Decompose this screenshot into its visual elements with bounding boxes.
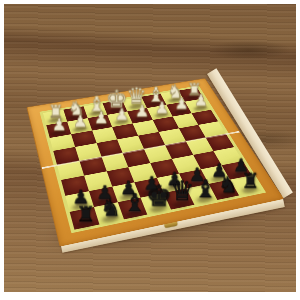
white-pawn-glyph: ♟ <box>194 93 208 109</box>
pieces-layer: ♜♞♝♚♛♝♞♜♟♟♟♟♟♟♟♟♟♟♟♟♟♟♟♟♜♞♝♚♛♝♞♜ <box>27 78 285 247</box>
black-bishop-glyph: ♝ <box>123 190 145 215</box>
white-pawn-glyph: ♟ <box>174 97 188 113</box>
white-pawn-glyph: ♟ <box>94 110 109 126</box>
black-queen-glyph: ♛ <box>170 178 194 205</box>
black-rook-glyph: ♜ <box>76 204 95 226</box>
white-pawn-glyph: ♟ <box>114 107 129 123</box>
white-pawn-glyph: ♟ <box>154 100 168 116</box>
black-bishop-glyph: ♝ <box>194 176 216 200</box>
black-knight-glyph: ♞ <box>100 197 121 220</box>
photo-scene: ♜♞♝♚♛♝♞♜♟♟♟♟♟♟♟♟♟♟♟♟♟♟♟♟♜♞♝♚♛♝♞♜ <box>0 0 300 300</box>
white-pawn-glyph: ♟ <box>51 117 66 134</box>
chess-board: ♜♞♝♚♛♝♞♜♟♟♟♟♟♟♟♟♟♟♟♟♟♟♟♟♜♞♝♚♛♝♞♜ <box>27 78 285 247</box>
black-knight-glyph: ♞ <box>218 173 238 195</box>
black-king-glyph: ♚ <box>145 181 171 210</box>
white-pawn-glyph: ♟ <box>73 114 88 131</box>
black-rook-glyph: ♜ <box>241 171 259 191</box>
white-pawn-glyph: ♟ <box>134 103 149 119</box>
product-photo: ♜♞♝♚♛♝♞♜♟♟♟♟♟♟♟♟♟♟♟♟♟♟♟♟♜♞♝♚♛♝♞♜ <box>0 0 300 300</box>
